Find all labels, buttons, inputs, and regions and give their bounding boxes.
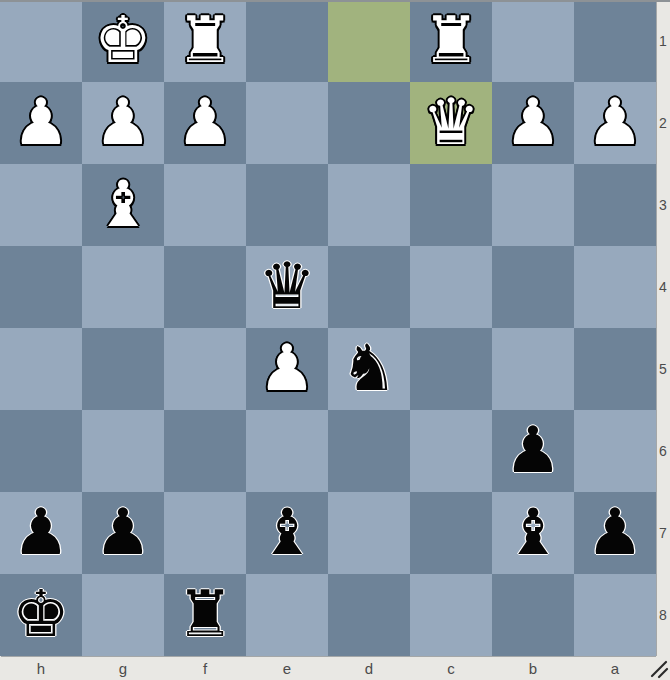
square-g1[interactable]: ♚ — [82, 0, 164, 82]
white-rook-f1[interactable]: ♜ — [164, 0, 246, 82]
square-b8[interactable] — [492, 574, 574, 656]
square-g5[interactable] — [82, 328, 164, 410]
square-f7[interactable] — [164, 492, 246, 574]
file-label-e: e — [246, 656, 328, 680]
file-label-a: a — [574, 656, 656, 680]
square-d6[interactable] — [328, 410, 410, 492]
square-c3[interactable] — [410, 164, 492, 246]
black-pawn-a7[interactable]: ♟ — [574, 492, 656, 574]
square-c1[interactable]: ♜ — [410, 0, 492, 82]
square-h4[interactable] — [0, 246, 82, 328]
square-b3[interactable] — [492, 164, 574, 246]
square-e4[interactable]: ♛ — [246, 246, 328, 328]
square-a1[interactable] — [574, 0, 656, 82]
resize-handle-icon[interactable] — [649, 659, 669, 679]
square-h7[interactable]: ♟ — [0, 492, 82, 574]
square-h2[interactable]: ♟ — [0, 82, 82, 164]
square-h3[interactable] — [0, 164, 82, 246]
white-pawn-h2[interactable]: ♟ — [0, 82, 82, 164]
square-b5[interactable] — [492, 328, 574, 410]
square-a8[interactable] — [574, 574, 656, 656]
square-g7[interactable]: ♟ — [82, 492, 164, 574]
file-label-f: f — [164, 656, 246, 680]
square-f1[interactable]: ♜ — [164, 0, 246, 82]
square-c2[interactable]: ♛ — [410, 82, 492, 164]
square-e3[interactable] — [246, 164, 328, 246]
square-e2[interactable] — [246, 82, 328, 164]
square-h1[interactable] — [0, 0, 82, 82]
square-e7[interactable]: ♝ — [246, 492, 328, 574]
white-pawn-a2[interactable]: ♟ — [574, 82, 656, 164]
black-pawn-g7[interactable]: ♟ — [82, 492, 164, 574]
chess-app: ♚♜♜♟♟♟♛♟♟♝♛♟♞♟♟♟♝♝♟♚♜ 12345678 hgfedcba — [0, 0, 670, 680]
square-b4[interactable] — [492, 246, 574, 328]
square-d2[interactable] — [328, 82, 410, 164]
square-c7[interactable] — [410, 492, 492, 574]
square-b1[interactable] — [492, 0, 574, 82]
black-pawn-b6[interactable]: ♟ — [492, 410, 574, 492]
square-d4[interactable] — [328, 246, 410, 328]
file-label-c: c — [410, 656, 492, 680]
square-a5[interactable] — [574, 328, 656, 410]
square-a6[interactable] — [574, 410, 656, 492]
square-c6[interactable] — [410, 410, 492, 492]
square-e8[interactable] — [246, 574, 328, 656]
black-queen-e4[interactable]: ♛ — [246, 246, 328, 328]
white-queen-c2[interactable]: ♛ — [410, 82, 492, 164]
black-bishop-b7[interactable]: ♝ — [492, 492, 574, 574]
square-g8[interactable] — [82, 574, 164, 656]
square-f3[interactable] — [164, 164, 246, 246]
black-knight-d5[interactable]: ♞ — [328, 328, 410, 410]
white-pawn-e5[interactable]: ♟ — [246, 328, 328, 410]
chess-board[interactable]: ♚♜♜♟♟♟♛♟♟♝♛♟♞♟♟♟♝♝♟♚♜ — [0, 0, 656, 656]
square-c5[interactable] — [410, 328, 492, 410]
rank-label-2: 2 — [656, 82, 670, 164]
rank-label-6: 6 — [656, 410, 670, 492]
square-c4[interactable] — [410, 246, 492, 328]
square-g2[interactable]: ♟ — [82, 82, 164, 164]
rank-labels: 12345678 — [656, 0, 670, 656]
square-b6[interactable]: ♟ — [492, 410, 574, 492]
square-d3[interactable] — [328, 164, 410, 246]
black-king-h8[interactable]: ♚ — [0, 574, 82, 656]
file-label-h: h — [0, 656, 82, 680]
white-bishop-g3[interactable]: ♝ — [82, 164, 164, 246]
square-f5[interactable] — [164, 328, 246, 410]
square-e6[interactable] — [246, 410, 328, 492]
black-rook-f8[interactable]: ♜ — [164, 574, 246, 656]
square-c8[interactable] — [410, 574, 492, 656]
square-f8[interactable]: ♜ — [164, 574, 246, 656]
square-f6[interactable] — [164, 410, 246, 492]
file-labels: hgfedcba — [0, 656, 656, 680]
rank-label-7: 7 — [656, 492, 670, 574]
white-king-g1[interactable]: ♚ — [82, 0, 164, 82]
square-g4[interactable] — [82, 246, 164, 328]
white-pawn-f2[interactable]: ♟ — [164, 82, 246, 164]
square-a4[interactable] — [574, 246, 656, 328]
rank-label-1: 1 — [656, 0, 670, 82]
square-d5[interactable]: ♞ — [328, 328, 410, 410]
square-a7[interactable]: ♟ — [574, 492, 656, 574]
window-top-border — [0, 0, 670, 2]
rank-label-3: 3 — [656, 164, 670, 246]
square-d7[interactable] — [328, 492, 410, 574]
file-label-g: g — [82, 656, 164, 680]
rank-label-5: 5 — [656, 328, 670, 410]
white-rook-c1[interactable]: ♜ — [410, 0, 492, 82]
white-pawn-b2[interactable]: ♟ — [492, 82, 574, 164]
square-d8[interactable] — [328, 574, 410, 656]
file-label-d: d — [328, 656, 410, 680]
square-e1[interactable] — [246, 0, 328, 82]
square-b2[interactable]: ♟ — [492, 82, 574, 164]
file-label-b: b — [492, 656, 574, 680]
square-h6[interactable] — [0, 410, 82, 492]
white-pawn-g2[interactable]: ♟ — [82, 82, 164, 164]
square-f2[interactable]: ♟ — [164, 82, 246, 164]
square-h8[interactable]: ♚ — [0, 574, 82, 656]
square-d1[interactable] — [328, 0, 410, 82]
rank-label-8: 8 — [656, 574, 670, 656]
square-b7[interactable]: ♝ — [492, 492, 574, 574]
rank-label-4: 4 — [656, 246, 670, 328]
square-f4[interactable] — [164, 246, 246, 328]
square-a3[interactable] — [574, 164, 656, 246]
black-bishop-e7[interactable]: ♝ — [246, 492, 328, 574]
square-a2[interactable]: ♟ — [574, 82, 656, 164]
black-pawn-h7[interactable]: ♟ — [0, 492, 82, 574]
square-g6[interactable] — [82, 410, 164, 492]
square-e5[interactable]: ♟ — [246, 328, 328, 410]
square-g3[interactable]: ♝ — [82, 164, 164, 246]
square-h5[interactable] — [0, 328, 82, 410]
